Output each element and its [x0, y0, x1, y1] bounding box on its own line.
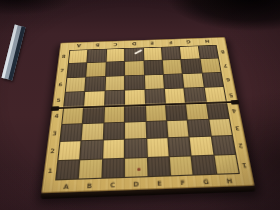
square-f2[interactable] [168, 138, 190, 156]
chess-board: ABCDEFGH ABCDEFGH 87654321 87654321 [41, 37, 255, 193]
square-g8[interactable] [180, 46, 199, 59]
square-g2[interactable] [190, 137, 213, 155]
file-label: G [194, 175, 219, 188]
square-a1[interactable] [56, 160, 79, 179]
square-f6[interactable] [164, 74, 184, 88]
square-a8[interactable] [69, 50, 88, 63]
square-e8[interactable] [143, 48, 161, 61]
hinge-notch-right [231, 100, 240, 105]
file-label: C [101, 178, 125, 191]
square-a6[interactable] [66, 77, 86, 92]
square-a2[interactable] [58, 141, 80, 159]
square-g4[interactable] [186, 103, 208, 119]
square-d8[interactable] [125, 48, 143, 61]
square-d6[interactable] [125, 75, 144, 90]
square-d3[interactable] [125, 122, 145, 139]
board-squares [55, 45, 240, 181]
square-h8[interactable] [198, 46, 218, 59]
file-label: B [77, 179, 101, 192]
square-c2[interactable] [103, 140, 124, 158]
square-e1[interactable] [147, 157, 169, 176]
file-label: H [217, 174, 242, 187]
square-b3[interactable] [82, 123, 103, 140]
square-a7[interactable] [67, 63, 86, 77]
square-e7[interactable] [144, 61, 163, 75]
square-g3[interactable] [188, 120, 210, 137]
file-label: A [54, 180, 78, 193]
square-c3[interactable] [104, 123, 125, 140]
file-label: E [148, 176, 172, 189]
red-spot-blemish [138, 167, 141, 170]
square-h7[interactable] [200, 59, 220, 73]
square-c1[interactable] [102, 158, 124, 177]
file-label: D [124, 177, 148, 190]
square-c7[interactable] [106, 62, 124, 76]
square-h1[interactable] [214, 155, 238, 174]
square-b2[interactable] [81, 141, 103, 159]
square-b1[interactable] [79, 159, 101, 178]
square-g6[interactable] [183, 73, 203, 87]
square-h4[interactable] [207, 103, 229, 119]
square-b8[interactable] [88, 49, 106, 62]
square-e2[interactable] [147, 138, 169, 156]
square-b4[interactable] [83, 107, 103, 123]
hinge-notch-left [51, 106, 60, 111]
square-b7[interactable] [87, 63, 106, 77]
square-c6[interactable] [105, 76, 124, 91]
square-d4[interactable] [125, 105, 145, 121]
square-a4[interactable] [62, 108, 83, 124]
square-d7[interactable] [125, 61, 143, 75]
square-e6[interactable] [144, 75, 163, 89]
square-d1[interactable] [125, 158, 147, 177]
square-h2[interactable] [212, 136, 236, 154]
square-c4[interactable] [104, 106, 124, 122]
square-b6[interactable] [86, 77, 105, 92]
square-f7[interactable] [163, 60, 182, 74]
board-frame: ABCDEFGH ABCDEFGH 87654321 87654321 [41, 37, 255, 193]
square-h6[interactable] [202, 73, 223, 87]
square-f3[interactable] [167, 120, 189, 137]
square-d2[interactable] [125, 139, 146, 157]
square-e3[interactable] [146, 121, 167, 138]
file-label: F [171, 176, 195, 189]
square-f1[interactable] [170, 156, 193, 175]
square-g7[interactable] [182, 59, 202, 73]
square-c8[interactable] [106, 49, 124, 62]
photo-scene: ABCDEFGH ABCDEFGH 87654321 87654321 [0, 0, 280, 210]
square-g1[interactable] [192, 155, 216, 174]
square-f8[interactable] [162, 47, 181, 60]
square-e4[interactable] [146, 105, 166, 121]
square-a3[interactable] [60, 124, 82, 141]
scratch-mark [134, 49, 142, 54]
square-h3[interactable] [209, 119, 232, 136]
square-f4[interactable] [166, 104, 187, 120]
